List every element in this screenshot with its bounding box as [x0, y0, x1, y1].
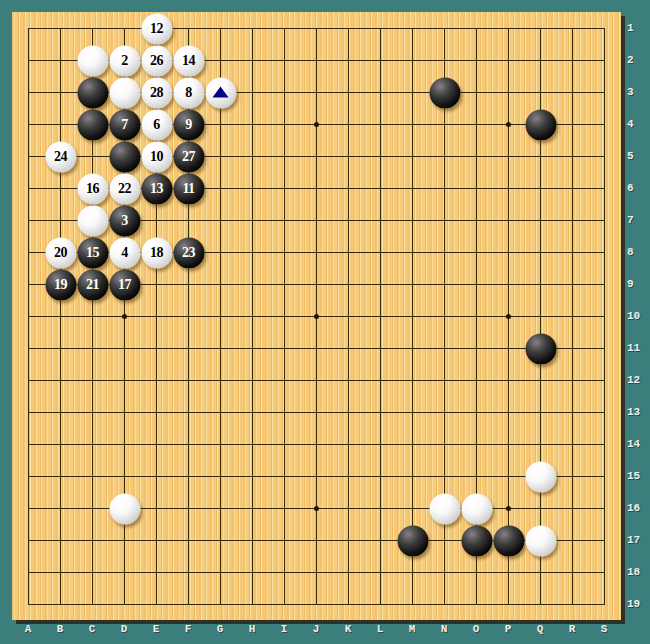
- stone-E1[interactable]: 12: [141, 13, 172, 44]
- column-label-A: A: [18, 622, 38, 636]
- column-label-D: D: [114, 622, 134, 636]
- row-label-17: 17: [627, 533, 649, 547]
- row-label-6: 6: [627, 181, 649, 195]
- column-label-J: J: [306, 622, 326, 636]
- stone-C8[interactable]: 15: [77, 237, 108, 268]
- stone-D6[interactable]: 22: [109, 173, 140, 204]
- column-label-P: P: [498, 622, 518, 636]
- stone-number: 19: [54, 277, 67, 293]
- stone-O16[interactable]: [461, 493, 492, 524]
- stone-F4[interactable]: 9: [173, 109, 204, 140]
- row-label-1: 1: [627, 21, 649, 35]
- stone-number: 7: [121, 117, 128, 133]
- stone-number: 17: [118, 277, 131, 293]
- stone-number: 18: [150, 245, 163, 261]
- column-label-S: S: [594, 622, 614, 636]
- column-label-K: K: [338, 622, 358, 636]
- star-point: [122, 314, 127, 319]
- star-point: [314, 506, 319, 511]
- column-label-R: R: [562, 622, 582, 636]
- stone-D5[interactable]: [109, 141, 140, 172]
- column-label-C: C: [82, 622, 102, 636]
- stone-D8[interactable]: 4: [109, 237, 140, 268]
- row-label-11: 11: [627, 341, 649, 355]
- stone-Q4[interactable]: [525, 109, 556, 140]
- stone-F8[interactable]: 23: [173, 237, 204, 268]
- stone-D4[interactable]: 7: [109, 109, 140, 140]
- stone-E8[interactable]: 18: [141, 237, 172, 268]
- stone-C6[interactable]: 16: [77, 173, 108, 204]
- triangle-marker: [213, 87, 229, 98]
- stone-number: 6: [153, 117, 160, 133]
- stone-C7[interactable]: [77, 205, 108, 236]
- row-label-13: 13: [627, 405, 649, 419]
- stone-C4[interactable]: [77, 109, 108, 140]
- stone-number: 13: [150, 181, 163, 197]
- row-label-9: 9: [627, 277, 649, 291]
- row-label-19: 19: [627, 597, 649, 611]
- stone-N16[interactable]: [429, 493, 460, 524]
- stone-C3[interactable]: [77, 77, 108, 108]
- stone-number: 9: [185, 117, 192, 133]
- stone-number: 26: [150, 53, 163, 69]
- stone-Q17[interactable]: [525, 525, 556, 556]
- stone-number: 27: [182, 149, 195, 165]
- stone-E5[interactable]: 10: [141, 141, 172, 172]
- star-point: [506, 314, 511, 319]
- row-label-14: 14: [627, 437, 649, 451]
- stone-G3[interactable]: [205, 77, 236, 108]
- row-label-2: 2: [627, 53, 649, 67]
- stone-M17[interactable]: [397, 525, 428, 556]
- row-label-4: 4: [627, 117, 649, 131]
- stone-number: 14: [182, 53, 195, 69]
- stone-number: 16: [86, 181, 99, 197]
- stone-C9[interactable]: 21: [77, 269, 108, 300]
- stone-E4[interactable]: 6: [141, 109, 172, 140]
- column-label-O: O: [466, 622, 486, 636]
- stone-number: 8: [185, 85, 192, 101]
- column-label-G: G: [210, 622, 230, 636]
- stone-E2[interactable]: 26: [141, 45, 172, 76]
- column-label-Q: Q: [530, 622, 550, 636]
- stone-D3[interactable]: [109, 77, 140, 108]
- column-label-B: B: [50, 622, 70, 636]
- stone-E3[interactable]: 28: [141, 77, 172, 108]
- stone-E6[interactable]: 13: [141, 173, 172, 204]
- column-label-N: N: [434, 622, 454, 636]
- stone-B8[interactable]: 20: [45, 237, 76, 268]
- row-label-5: 5: [627, 149, 649, 163]
- row-label-12: 12: [627, 373, 649, 387]
- stone-number: 3: [121, 213, 128, 229]
- stone-number: 11: [182, 181, 194, 197]
- column-label-L: L: [370, 622, 390, 636]
- stone-D16[interactable]: [109, 493, 140, 524]
- stone-N3[interactable]: [429, 77, 460, 108]
- stone-number: 12: [150, 21, 163, 37]
- stone-number: 23: [182, 245, 195, 261]
- goban[interactable]: 1222614288769241027162213113201541823192…: [12, 12, 621, 620]
- row-label-18: 18: [627, 565, 649, 579]
- star-point: [314, 122, 319, 127]
- stone-F3[interactable]: 8: [173, 77, 204, 108]
- stone-number: 10: [150, 149, 163, 165]
- stone-P17[interactable]: [493, 525, 524, 556]
- stone-F6[interactable]: 11: [173, 173, 204, 204]
- star-point: [314, 314, 319, 319]
- row-label-7: 7: [627, 213, 649, 227]
- stone-B5[interactable]: 24: [45, 141, 76, 172]
- stone-Q11[interactable]: [525, 333, 556, 364]
- stone-number: 22: [118, 181, 131, 197]
- row-label-16: 16: [627, 501, 649, 515]
- stone-D7[interactable]: 3: [109, 205, 140, 236]
- stone-number: 28: [150, 85, 163, 101]
- column-label-I: I: [274, 622, 294, 636]
- row-label-3: 3: [627, 85, 649, 99]
- star-point: [506, 506, 511, 511]
- stone-number: 2: [121, 53, 128, 69]
- stone-D9[interactable]: 17: [109, 269, 140, 300]
- row-label-15: 15: [627, 469, 649, 483]
- grid-lines: 1222614288769241027162213113201541823192…: [28, 28, 605, 605]
- column-label-E: E: [146, 622, 166, 636]
- column-label-M: M: [402, 622, 422, 636]
- stone-C2[interactable]: [77, 45, 108, 76]
- stone-Q15[interactable]: [525, 461, 556, 492]
- go-diagram-screen: 1222614288769241027162213113201541823192…: [0, 0, 650, 644]
- row-label-8: 8: [627, 245, 649, 259]
- stone-B9[interactable]: 19: [45, 269, 76, 300]
- stone-number: 24: [54, 149, 67, 165]
- stone-D2[interactable]: 2: [109, 45, 140, 76]
- stone-O17[interactable]: [461, 525, 492, 556]
- stone-number: 15: [86, 245, 99, 261]
- star-point: [506, 122, 511, 127]
- stone-F2[interactable]: 14: [173, 45, 204, 76]
- column-label-H: H: [242, 622, 262, 636]
- stone-F5[interactable]: 27: [173, 141, 204, 172]
- column-label-F: F: [178, 622, 198, 636]
- stone-number: 21: [86, 277, 99, 293]
- stone-number: 20: [54, 245, 67, 261]
- stone-number: 4: [121, 245, 128, 261]
- row-label-10: 10: [627, 309, 649, 323]
